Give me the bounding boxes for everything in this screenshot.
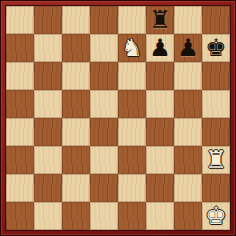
square-d2[interactable]	[90, 174, 118, 202]
square-c1[interactable]	[62, 202, 90, 230]
square-e6[interactable]	[118, 62, 146, 90]
square-e3[interactable]	[118, 146, 146, 174]
square-e7[interactable]: ♞	[118, 34, 146, 62]
piece-black-rook[interactable]: ♜	[149, 8, 171, 32]
square-g8[interactable]	[174, 6, 202, 34]
square-f1[interactable]	[146, 202, 174, 230]
square-b6[interactable]	[34, 62, 62, 90]
piece-white-rook[interactable]: ♜	[205, 148, 227, 172]
piece-black-pawn[interactable]: ♟	[149, 36, 171, 60]
square-d8[interactable]	[90, 6, 118, 34]
square-h8[interactable]	[202, 6, 230, 34]
square-h4[interactable]	[202, 118, 230, 146]
square-a4[interactable]	[6, 118, 34, 146]
square-h7[interactable]: ♚	[202, 34, 230, 62]
square-e4[interactable]	[118, 118, 146, 146]
square-b8[interactable]	[34, 6, 62, 34]
square-d7[interactable]	[90, 34, 118, 62]
square-b4[interactable]	[34, 118, 62, 146]
square-e1[interactable]	[118, 202, 146, 230]
square-b5[interactable]	[34, 90, 62, 118]
square-a3[interactable]	[6, 146, 34, 174]
square-a1[interactable]	[6, 202, 34, 230]
square-c4[interactable]	[62, 118, 90, 146]
square-d6[interactable]	[90, 62, 118, 90]
square-f3[interactable]	[146, 146, 174, 174]
square-f4[interactable]	[146, 118, 174, 146]
square-b3[interactable]	[34, 146, 62, 174]
square-e5[interactable]	[118, 90, 146, 118]
square-d5[interactable]	[90, 90, 118, 118]
square-e2[interactable]	[118, 174, 146, 202]
square-g4[interactable]	[174, 118, 202, 146]
square-g2[interactable]	[174, 174, 202, 202]
square-b2[interactable]	[34, 174, 62, 202]
square-c8[interactable]	[62, 6, 90, 34]
square-h5[interactable]	[202, 90, 230, 118]
square-c7[interactable]	[62, 34, 90, 62]
square-c6[interactable]	[62, 62, 90, 90]
square-g1[interactable]	[174, 202, 202, 230]
square-c2[interactable]	[62, 174, 90, 202]
square-d4[interactable]	[90, 118, 118, 146]
chess-board: ♜♞♟♟♚♜♚	[6, 6, 230, 230]
square-g5[interactable]	[174, 90, 202, 118]
piece-white-king[interactable]: ♚	[205, 204, 227, 228]
square-g7[interactable]: ♟	[174, 34, 202, 62]
square-h6[interactable]	[202, 62, 230, 90]
square-h3[interactable]: ♜	[202, 146, 230, 174]
square-f5[interactable]	[146, 90, 174, 118]
square-h1[interactable]: ♚	[202, 202, 230, 230]
square-b1[interactable]	[34, 202, 62, 230]
square-b7[interactable]	[34, 34, 62, 62]
square-d1[interactable]	[90, 202, 118, 230]
square-a7[interactable]	[6, 34, 34, 62]
square-g3[interactable]	[174, 146, 202, 174]
square-c3[interactable]	[62, 146, 90, 174]
square-c5[interactable]	[62, 90, 90, 118]
square-f8[interactable]: ♜	[146, 6, 174, 34]
piece-black-pawn[interactable]: ♟	[177, 36, 199, 60]
square-h2[interactable]	[202, 174, 230, 202]
square-a8[interactable]	[6, 6, 34, 34]
square-f7[interactable]: ♟	[146, 34, 174, 62]
square-e8[interactable]	[118, 6, 146, 34]
square-f6[interactable]	[146, 62, 174, 90]
square-d3[interactable]	[90, 146, 118, 174]
square-f2[interactable]	[146, 174, 174, 202]
square-g6[interactable]	[174, 62, 202, 90]
square-a6[interactable]	[6, 62, 34, 90]
square-a5[interactable]	[6, 90, 34, 118]
chess-board-frame: ♜♞♟♟♚♜♚	[0, 0, 236, 236]
piece-black-king[interactable]: ♚	[205, 36, 227, 60]
piece-white-knight[interactable]: ♞	[121, 36, 143, 60]
square-a2[interactable]	[6, 174, 34, 202]
